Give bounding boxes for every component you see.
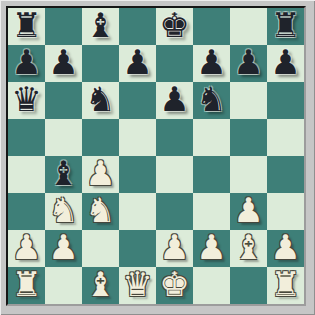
square-g3[interactable]: ♟	[230, 193, 267, 230]
white-knight[interactable]: ♞	[85, 193, 115, 229]
square-b5[interactable]	[45, 119, 82, 156]
square-a8[interactable]: ♜	[8, 8, 45, 45]
white-pawn[interactable]: ♟	[48, 230, 78, 266]
square-f8[interactable]	[193, 8, 230, 45]
black-pawn[interactable]: ♟	[159, 82, 189, 118]
square-h1[interactable]: ♜	[267, 267, 304, 304]
square-g4[interactable]	[230, 156, 267, 193]
black-pawn[interactable]: ♟	[196, 45, 226, 81]
square-c5[interactable]	[82, 119, 119, 156]
square-h3[interactable]	[267, 193, 304, 230]
black-pawn[interactable]: ♟	[270, 45, 300, 81]
square-h8[interactable]: ♜	[267, 8, 304, 45]
white-rook[interactable]: ♜	[270, 267, 300, 303]
board-frame: ♜♝♚♜♟♟♟♟♟♟♛♞♟♞♝♟♞♞♟♟♟♟♟♝♟♜♝♛♚♜	[0, 0, 315, 315]
white-pawn[interactable]: ♟	[85, 156, 115, 192]
square-g7[interactable]: ♟	[230, 45, 267, 82]
square-f1[interactable]	[193, 267, 230, 304]
square-b6[interactable]	[45, 82, 82, 119]
square-f5[interactable]	[193, 119, 230, 156]
square-h7[interactable]: ♟	[267, 45, 304, 82]
black-queen[interactable]: ♛	[11, 82, 41, 118]
square-c4[interactable]: ♟	[82, 156, 119, 193]
square-e6[interactable]: ♟	[156, 82, 193, 119]
square-f3[interactable]	[193, 193, 230, 230]
black-king[interactable]: ♚	[159, 8, 189, 44]
square-a2[interactable]: ♟	[8, 230, 45, 267]
square-d3[interactable]	[119, 193, 156, 230]
black-rook[interactable]: ♜	[270, 8, 300, 44]
chess-board: ♜♝♚♜♟♟♟♟♟♟♛♞♟♞♝♟♞♞♟♟♟♟♟♝♟♜♝♛♚♜	[8, 8, 304, 304]
square-b3[interactable]: ♞	[45, 193, 82, 230]
square-a7[interactable]: ♟	[8, 45, 45, 82]
square-a4[interactable]	[8, 156, 45, 193]
white-pawn[interactable]: ♟	[11, 230, 41, 266]
black-rook[interactable]: ♜	[11, 8, 41, 44]
white-king[interactable]: ♚	[159, 267, 189, 303]
white-pawn[interactable]: ♟	[159, 230, 189, 266]
square-b2[interactable]: ♟	[45, 230, 82, 267]
square-d4[interactable]	[119, 156, 156, 193]
square-g1[interactable]	[230, 267, 267, 304]
square-d2[interactable]	[119, 230, 156, 267]
square-d6[interactable]	[119, 82, 156, 119]
square-a6[interactable]: ♛	[8, 82, 45, 119]
square-e4[interactable]	[156, 156, 193, 193]
square-b1[interactable]	[45, 267, 82, 304]
black-bishop[interactable]: ♝	[85, 8, 115, 44]
square-c8[interactable]: ♝	[82, 8, 119, 45]
square-h6[interactable]	[267, 82, 304, 119]
square-e3[interactable]	[156, 193, 193, 230]
black-knight[interactable]: ♞	[196, 82, 226, 118]
square-c2[interactable]	[82, 230, 119, 267]
square-d7[interactable]: ♟	[119, 45, 156, 82]
square-a5[interactable]	[8, 119, 45, 156]
square-e1[interactable]: ♚	[156, 267, 193, 304]
white-bishop[interactable]: ♝	[233, 230, 263, 266]
square-a3[interactable]	[8, 193, 45, 230]
white-knight[interactable]: ♞	[48, 193, 78, 229]
square-d8[interactable]	[119, 8, 156, 45]
square-e2[interactable]: ♟	[156, 230, 193, 267]
white-pawn[interactable]: ♟	[233, 193, 263, 229]
white-queen[interactable]: ♛	[122, 267, 152, 303]
square-g5[interactable]	[230, 119, 267, 156]
square-c1[interactable]: ♝	[82, 267, 119, 304]
square-f4[interactable]	[193, 156, 230, 193]
white-rook[interactable]: ♜	[11, 267, 41, 303]
square-f6[interactable]: ♞	[193, 82, 230, 119]
black-pawn[interactable]: ♟	[233, 45, 263, 81]
square-b8[interactable]	[45, 8, 82, 45]
white-pawn[interactable]: ♟	[196, 230, 226, 266]
square-e7[interactable]	[156, 45, 193, 82]
square-c3[interactable]: ♞	[82, 193, 119, 230]
square-g2[interactable]: ♝	[230, 230, 267, 267]
square-e8[interactable]: ♚	[156, 8, 193, 45]
black-pawn[interactable]: ♟	[11, 45, 41, 81]
white-pawn[interactable]: ♟	[270, 230, 300, 266]
square-h5[interactable]	[267, 119, 304, 156]
square-d1[interactable]: ♛	[119, 267, 156, 304]
square-b7[interactable]: ♟	[45, 45, 82, 82]
black-pawn[interactable]: ♟	[48, 45, 78, 81]
black-knight[interactable]: ♞	[85, 82, 115, 118]
square-h2[interactable]: ♟	[267, 230, 304, 267]
white-bishop[interactable]: ♝	[85, 267, 115, 303]
black-pawn[interactable]: ♟	[122, 45, 152, 81]
square-f2[interactable]: ♟	[193, 230, 230, 267]
square-b4[interactable]: ♝	[45, 156, 82, 193]
square-c7[interactable]	[82, 45, 119, 82]
square-a1[interactable]: ♜	[8, 267, 45, 304]
square-e5[interactable]	[156, 119, 193, 156]
black-bishop[interactable]: ♝	[48, 156, 78, 192]
square-g8[interactable]	[230, 8, 267, 45]
square-h4[interactable]	[267, 156, 304, 193]
square-g6[interactable]	[230, 82, 267, 119]
board-bevel: ♜♝♚♜♟♟♟♟♟♟♛♞♟♞♝♟♞♞♟♟♟♟♟♝♟♜♝♛♚♜	[6, 6, 306, 306]
square-f7[interactable]: ♟	[193, 45, 230, 82]
square-d5[interactable]	[119, 119, 156, 156]
square-c6[interactable]: ♞	[82, 82, 119, 119]
